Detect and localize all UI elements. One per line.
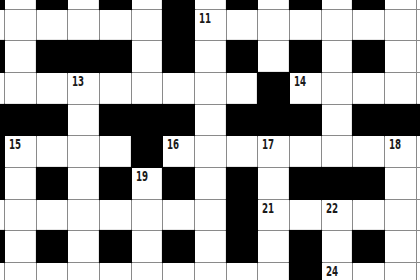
clue-number: 19: [136, 169, 148, 183]
white-cell[interactable]: [132, 73, 163, 104]
white-cell[interactable]: [0, 10, 4, 41]
clue-number: 14: [294, 74, 306, 88]
white-cell[interactable]: [0, 73, 4, 104]
black-cell: [37, 105, 68, 136]
white-cell[interactable]: [290, 136, 321, 167]
crossword-board: 1113141516171819212224: [0, 0, 420, 280]
white-cell[interactable]: [353, 73, 384, 104]
white-cell[interactable]: 15: [5, 136, 36, 167]
black-cell: [0, 41, 4, 72]
black-cell: [258, 105, 289, 136]
white-cell[interactable]: [5, 168, 36, 199]
white-cell[interactable]: [385, 41, 416, 72]
white-cell[interactable]: [100, 200, 131, 231]
white-cell[interactable]: [132, 200, 163, 231]
black-cell: [290, 105, 321, 136]
white-cell[interactable]: [385, 231, 416, 262]
black-cell: [227, 105, 258, 136]
black-cell: [100, 0, 131, 9]
white-cell[interactable]: 14: [290, 73, 321, 104]
clue-number: 18: [389, 137, 401, 151]
black-cell: [100, 168, 131, 199]
black-cell: [385, 105, 416, 136]
black-cell: [37, 231, 68, 262]
black-cell: [132, 105, 163, 136]
black-cell: [0, 105, 4, 136]
white-cell[interactable]: [0, 200, 4, 231]
white-cell[interactable]: [5, 73, 36, 104]
white-cell[interactable]: [322, 136, 353, 167]
white-cell[interactable]: [37, 10, 68, 41]
white-cell[interactable]: [322, 41, 353, 72]
white-cell[interactable]: [353, 136, 384, 167]
black-cell: [37, 41, 68, 72]
white-cell[interactable]: [100, 136, 131, 167]
white-cell[interactable]: [227, 263, 258, 280]
black-cell: [353, 168, 384, 199]
black-cell: [163, 105, 194, 136]
white-cell[interactable]: [195, 41, 226, 72]
white-cell[interactable]: [100, 73, 131, 104]
black-cell: [0, 0, 4, 9]
white-cell[interactable]: [68, 263, 99, 280]
white-cell[interactable]: [353, 200, 384, 231]
white-cell[interactable]: [195, 73, 226, 104]
white-cell[interactable]: [353, 10, 384, 41]
black-cell: [163, 168, 194, 199]
white-cell[interactable]: [68, 136, 99, 167]
black-cell: [5, 105, 36, 136]
clue-number: 17: [262, 137, 274, 151]
white-cell[interactable]: [68, 231, 99, 262]
white-cell[interactable]: [100, 10, 131, 41]
black-cell: [37, 168, 68, 199]
clue-number: 13: [72, 74, 84, 88]
white-cell[interactable]: [322, 231, 353, 262]
white-cell[interactable]: [385, 263, 416, 280]
clue-number: 15: [9, 137, 21, 151]
white-cell[interactable]: [163, 73, 194, 104]
white-cell[interactable]: [68, 200, 99, 231]
black-cell: [0, 168, 4, 199]
white-cell[interactable]: [385, 168, 416, 199]
white-cell[interactable]: [227, 73, 258, 104]
black-cell: [353, 0, 384, 9]
white-cell[interactable]: [258, 41, 289, 72]
white-cell[interactable]: [195, 136, 226, 167]
black-cell: [353, 105, 384, 136]
clue-number: 11: [199, 11, 211, 25]
black-cell: [290, 168, 321, 199]
white-cell[interactable]: [322, 10, 353, 41]
white-cell[interactable]: [68, 168, 99, 199]
white-cell[interactable]: [132, 0, 163, 9]
white-cell[interactable]: [195, 263, 226, 280]
black-cell: [290, 231, 321, 262]
white-cell[interactable]: [195, 200, 226, 231]
white-cell[interactable]: [322, 73, 353, 104]
white-cell[interactable]: [0, 263, 4, 280]
black-cell: [100, 231, 131, 262]
white-cell[interactable]: [37, 136, 68, 167]
white-cell[interactable]: [195, 231, 226, 262]
white-cell[interactable]: 18: [385, 136, 416, 167]
white-cell[interactable]: 16: [163, 136, 194, 167]
black-cell: [227, 168, 258, 199]
white-cell[interactable]: [195, 168, 226, 199]
black-cell: [163, 10, 194, 41]
white-cell[interactable]: [100, 263, 131, 280]
white-cell[interactable]: [37, 263, 68, 280]
white-cell[interactable]: [37, 200, 68, 231]
white-cell[interactable]: [290, 200, 321, 231]
white-cell[interactable]: [385, 0, 416, 9]
clue-number: 24: [326, 264, 338, 278]
white-cell[interactable]: [5, 0, 36, 9]
white-cell[interactable]: [5, 231, 36, 262]
white-cell[interactable]: [385, 73, 416, 104]
black-cell: [353, 41, 384, 72]
white-cell[interactable]: 21: [258, 200, 289, 231]
white-cell[interactable]: [68, 10, 99, 41]
white-cell[interactable]: [5, 10, 36, 41]
white-cell[interactable]: [163, 200, 194, 231]
white-cell[interactable]: 22: [322, 200, 353, 231]
white-cell[interactable]: [385, 10, 416, 41]
black-cell: [322, 168, 353, 199]
white-cell[interactable]: [258, 263, 289, 280]
white-cell[interactable]: [227, 136, 258, 167]
white-cell[interactable]: [132, 41, 163, 72]
black-cell: [68, 41, 99, 72]
white-cell[interactable]: [322, 0, 353, 9]
white-cell[interactable]: 24: [322, 263, 353, 280]
black-cell: [227, 41, 258, 72]
black-cell: [227, 200, 258, 231]
white-cell[interactable]: [5, 200, 36, 231]
clue-number: 16: [167, 137, 179, 151]
white-cell[interactable]: [227, 10, 258, 41]
black-cell: [290, 41, 321, 72]
white-cell[interactable]: [5, 263, 36, 280]
black-cell: [0, 231, 4, 262]
white-cell[interactable]: [5, 41, 36, 72]
white-cell[interactable]: [322, 105, 353, 136]
black-cell: [163, 41, 194, 72]
white-cell[interactable]: 19: [132, 168, 163, 199]
white-cell[interactable]: [68, 105, 99, 136]
clue-number: 22: [326, 201, 338, 215]
white-cell[interactable]: 11: [195, 10, 226, 41]
black-cell: [227, 0, 258, 9]
black-cell: [100, 41, 131, 72]
white-cell[interactable]: [258, 10, 289, 41]
white-cell[interactable]: [163, 263, 194, 280]
white-cell[interactable]: [132, 263, 163, 280]
black-cell: [100, 105, 131, 136]
white-cell[interactable]: [68, 0, 99, 9]
black-cell: [132, 136, 163, 167]
white-cell[interactable]: [132, 10, 163, 41]
white-cell[interactable]: [195, 0, 226, 9]
white-cell[interactable]: [37, 73, 68, 104]
black-cell: [290, 0, 321, 9]
white-cell[interactable]: [353, 263, 384, 280]
white-cell[interactable]: [195, 105, 226, 136]
black-cell: [227, 231, 258, 262]
black-cell: [163, 0, 194, 9]
white-cell[interactable]: [258, 168, 289, 199]
black-cell: [353, 231, 384, 262]
white-cell[interactable]: [258, 0, 289, 9]
white-cell[interactable]: [132, 231, 163, 262]
black-cell: [0, 136, 4, 167]
black-cell: [258, 73, 289, 104]
black-cell: [290, 263, 321, 280]
white-cell[interactable]: 13: [68, 73, 99, 104]
clue-number: 21: [262, 201, 274, 215]
black-cell: [163, 231, 194, 262]
white-cell[interactable]: [290, 10, 321, 41]
white-cell[interactable]: 17: [258, 136, 289, 167]
crossword-grid: 1113141516171819212224: [0, 0, 420, 280]
white-cell[interactable]: [258, 231, 289, 262]
white-cell[interactable]: [385, 200, 416, 231]
black-cell: [37, 0, 68, 9]
